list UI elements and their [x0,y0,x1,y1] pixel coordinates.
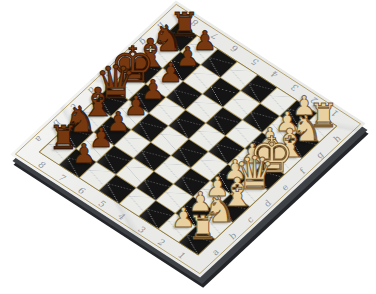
chess-board[interactable]: abcdefgh abcdefgh 87654321 87654321 ♜♞♝♛… [10,1,365,278]
board-grid: ♜♞♝♛♚♝♞♜♟♟♟♟♟♟♟♟♟♟♟♟♟♟♟♟♜♞♝♛♚♝♞♜ [39,23,338,256]
piece-light-rook-a1[interactable]: ♜ [171,211,235,244]
product-photo-stage: abcdefgh abcdefgh 87654321 87654321 ♜♞♝♛… [0,0,376,294]
square-a1[interactable]: ♜ [179,226,215,254]
